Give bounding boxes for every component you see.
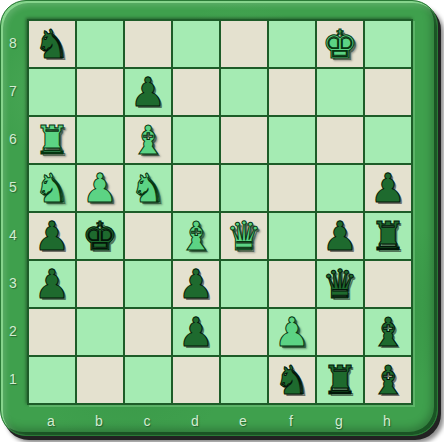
square-f1[interactable]: ♞ [269,357,315,403]
rank-label-5: 5 [1,163,25,211]
piece-white-queen[interactable]: ♛ [226,213,262,259]
square-b4[interactable]: ♚ [77,213,123,259]
square-a2[interactable] [29,309,75,355]
square-b7[interactable] [77,69,123,115]
square-a7[interactable] [29,69,75,115]
square-g2[interactable] [317,309,363,355]
file-label-h: h [363,409,411,433]
square-a3[interactable]: ♟ [29,261,75,307]
square-c3[interactable] [125,261,171,307]
square-h8[interactable] [365,21,411,67]
square-f5[interactable] [269,165,315,211]
square-b5[interactable]: ♟ [77,165,123,211]
square-e5[interactable] [221,165,267,211]
square-e4[interactable]: ♛ [221,213,267,259]
square-d8[interactable] [173,21,219,67]
square-c2[interactable] [125,309,171,355]
piece-white-bishop[interactable]: ♝ [130,117,166,163]
square-b6[interactable] [77,117,123,163]
square-h7[interactable] [365,69,411,115]
piece-black-pawn[interactable]: ♟ [178,261,214,307]
square-h6[interactable] [365,117,411,163]
square-b8[interactable] [77,21,123,67]
square-b1[interactable] [77,357,123,403]
square-d6[interactable] [173,117,219,163]
square-f4[interactable] [269,213,315,259]
square-g4[interactable]: ♟ [317,213,363,259]
board-frame: ♞♚♟♜♝♞♟♞♟♟♚♝♛♟♜♟♟♛♟♟♝♞♜♝ 87654321 abcdef… [0,0,438,436]
square-d7[interactable] [173,69,219,115]
square-d5[interactable] [173,165,219,211]
square-h4[interactable]: ♜ [365,213,411,259]
rank-label-1: 1 [1,355,25,403]
square-h3[interactable] [365,261,411,307]
square-d2[interactable]: ♟ [173,309,219,355]
piece-black-bishop[interactable]: ♝ [370,357,406,403]
piece-black-knight[interactable]: ♞ [34,21,70,67]
piece-black-knight[interactable]: ♞ [274,357,310,403]
piece-black-bishop[interactable]: ♝ [370,309,406,355]
square-e8[interactable] [221,21,267,67]
piece-white-knight[interactable]: ♞ [34,165,70,211]
file-label-e: e [219,409,267,433]
square-d1[interactable] [173,357,219,403]
square-h5[interactable]: ♟ [365,165,411,211]
square-g5[interactable] [317,165,363,211]
piece-white-knight[interactable]: ♞ [130,165,166,211]
square-e2[interactable] [221,309,267,355]
piece-black-king[interactable]: ♚ [82,213,118,259]
square-a8[interactable]: ♞ [29,21,75,67]
square-h2[interactable]: ♝ [365,309,411,355]
square-c1[interactable] [125,357,171,403]
square-a1[interactable] [29,357,75,403]
square-c6[interactable]: ♝ [125,117,171,163]
square-e7[interactable] [221,69,267,115]
square-d3[interactable]: ♟ [173,261,219,307]
square-f2[interactable]: ♟ [269,309,315,355]
square-g6[interactable] [317,117,363,163]
square-g8[interactable]: ♚ [317,21,363,67]
piece-black-rook[interactable]: ♜ [322,357,358,403]
square-a5[interactable]: ♞ [29,165,75,211]
rank-label-2: 2 [1,307,25,355]
piece-white-pawn[interactable]: ♟ [82,165,118,211]
square-b2[interactable] [77,309,123,355]
square-d4[interactable]: ♝ [173,213,219,259]
file-label-f: f [267,409,315,433]
piece-white-bishop[interactable]: ♝ [178,213,214,259]
square-f7[interactable] [269,69,315,115]
square-c4[interactable] [125,213,171,259]
piece-white-pawn[interactable]: ♟ [274,309,310,355]
piece-black-queen[interactable]: ♛ [322,261,358,307]
rank-label-3: 3 [1,259,25,307]
square-c8[interactable] [125,21,171,67]
square-a4[interactable]: ♟ [29,213,75,259]
file-label-c: c [123,409,171,433]
file-label-b: b [75,409,123,433]
piece-white-rook[interactable]: ♜ [34,117,70,163]
square-f3[interactable] [269,261,315,307]
chess-board: ♞♚♟♜♝♞♟♞♟♟♚♝♛♟♜♟♟♛♟♟♝♞♜♝ [27,19,413,405]
square-f6[interactable] [269,117,315,163]
rank-label-6: 6 [1,115,25,163]
square-g7[interactable] [317,69,363,115]
square-a6[interactable]: ♜ [29,117,75,163]
square-g3[interactable]: ♛ [317,261,363,307]
piece-white-king[interactable]: ♚ [322,21,358,67]
piece-black-pawn[interactable]: ♟ [34,213,70,259]
file-label-g: g [315,409,363,433]
square-e1[interactable] [221,357,267,403]
square-c5[interactable]: ♞ [125,165,171,211]
file-label-d: d [171,409,219,433]
piece-black-pawn[interactable]: ♟ [178,309,214,355]
square-f8[interactable] [269,21,315,67]
piece-black-pawn[interactable]: ♟ [34,261,70,307]
square-c7[interactable]: ♟ [125,69,171,115]
piece-black-pawn[interactable]: ♟ [130,69,166,115]
rank-label-7: 7 [1,67,25,115]
piece-black-pawn[interactable]: ♟ [370,165,406,211]
square-e3[interactable] [221,261,267,307]
file-label-a: a [27,409,75,433]
piece-black-pawn[interactable]: ♟ [322,213,358,259]
square-b3[interactable] [77,261,123,307]
piece-black-rook[interactable]: ♜ [370,213,406,259]
square-e6[interactable] [221,117,267,163]
square-g1[interactable]: ♜ [317,357,363,403]
rank-label-8: 8 [1,19,25,67]
square-h1[interactable]: ♝ [365,357,411,403]
rank-label-4: 4 [1,211,25,259]
